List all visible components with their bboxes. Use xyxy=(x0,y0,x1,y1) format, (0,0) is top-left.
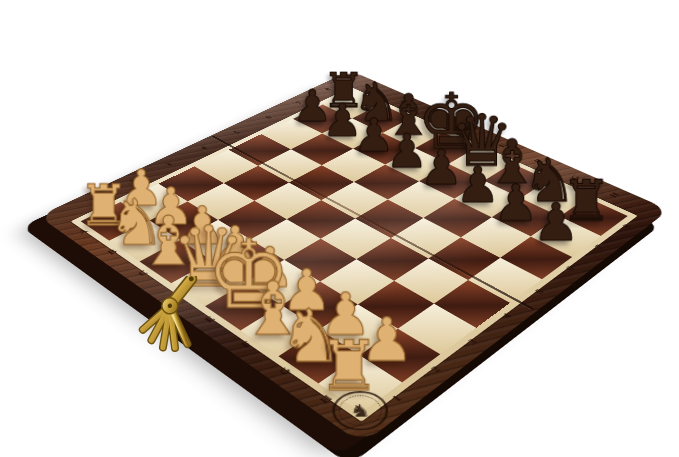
chess-set-photo: 12345678 12345678 ABCDEFGH ABCDEFGH ♜♞♝♚… xyxy=(0,0,679,457)
edge-label-3: 3 xyxy=(159,159,178,169)
edge-label-A: A xyxy=(366,85,382,93)
edge-label-7: 7 xyxy=(290,99,307,107)
edge-label-8: 8 xyxy=(319,85,336,93)
edge-label-B: B xyxy=(396,98,413,106)
board-frame: 12345678 12345678 ABCDEFGH ABCDEFGH ♜♞♝♚… xyxy=(38,71,669,445)
edge-label-6: 6 xyxy=(260,113,277,121)
edge-label-F: F xyxy=(528,156,546,166)
edge-label-4: 4 xyxy=(194,143,212,152)
knight-emblem-icon: ♞ xyxy=(349,402,371,419)
edge-label-5: 5 xyxy=(228,128,246,137)
maker-stamp: ♞ xyxy=(332,391,389,431)
piece-white-rook-a1[interactable]: ♜ xyxy=(78,178,127,232)
piece-black-rook-h8[interactable]: ♜ xyxy=(561,174,610,228)
piece-black-knight-g8[interactable]: ♞ xyxy=(522,152,569,209)
edge-label-C: C xyxy=(427,112,444,120)
edge-label-E: E xyxy=(493,141,511,150)
piece-white-pawn-a2[interactable]: ♟ xyxy=(118,165,166,212)
edge-label-D: D xyxy=(459,126,477,135)
board-grid: ♜♞♝♚♛♝♞♜♟♟♟♟♟♟♟♟♟♟♟♟♟♟♟♟♜♞♝♛♚♝♞♜ xyxy=(81,91,628,413)
board-maple-margin: ♜♞♝♚♛♝♞♜♟♟♟♟♟♟♟♟♟♟♟♟♟♟♟♟♜♞♝♛♚♝♞♜ xyxy=(71,87,638,422)
brass-latch-icon xyxy=(127,276,213,358)
edge-label-1: 1 xyxy=(84,194,104,205)
edge-label-H: H xyxy=(604,189,623,200)
chess-board-3d: 12345678 12345678 ABCDEFGH ABCDEFGH ♜♞♝♚… xyxy=(38,71,669,445)
edge-label-2: 2 xyxy=(122,176,141,186)
edge-label-G: G xyxy=(565,172,584,182)
